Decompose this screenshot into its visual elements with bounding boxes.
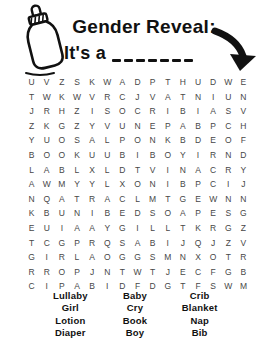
grid-cell: B bbox=[100, 206, 115, 221]
grid-cell: J bbox=[85, 265, 100, 280]
grid-cell: L bbox=[69, 250, 84, 265]
grid-cell: I bbox=[85, 206, 100, 221]
grid-cell: Y bbox=[236, 163, 251, 178]
grid-cell: V bbox=[236, 104, 251, 119]
grid-cell: A bbox=[130, 236, 145, 251]
grid-cell: L bbox=[100, 133, 115, 148]
grid-cell: P bbox=[115, 133, 130, 148]
grid-cell: A bbox=[54, 192, 69, 207]
grid-cell: R bbox=[145, 104, 160, 119]
grid-cell: N bbox=[221, 192, 236, 207]
grid-cell: T bbox=[160, 192, 175, 207]
grid-cell: C bbox=[115, 90, 130, 105]
grid-cell: P bbox=[69, 236, 84, 251]
baby-bottle-icon bbox=[10, 1, 72, 77]
grid-cell: L bbox=[160, 221, 175, 236]
grid-cell: O bbox=[100, 250, 115, 265]
grid-cell: B bbox=[145, 236, 160, 251]
grid-cell: J bbox=[24, 104, 39, 119]
grid-cell: R bbox=[100, 90, 115, 105]
grid-cell: Z bbox=[221, 236, 236, 251]
grid-cell: W bbox=[130, 265, 145, 280]
grid-cell: I bbox=[160, 163, 175, 178]
grid-cell: S bbox=[100, 104, 115, 119]
grid-cell: N bbox=[130, 119, 145, 134]
grid-cell: K bbox=[54, 90, 69, 105]
grid-cell: T bbox=[145, 265, 160, 280]
grid-cell: W bbox=[100, 75, 115, 90]
grid-cell: Q bbox=[100, 236, 115, 251]
grid-cell: S bbox=[145, 206, 160, 221]
grid-cell: J bbox=[130, 90, 145, 105]
grid-cell: D bbox=[115, 163, 130, 178]
grid-cell: E bbox=[145, 119, 160, 134]
grid-cell: B bbox=[54, 163, 69, 178]
grid-cell: Z bbox=[24, 119, 39, 134]
grid-cell: F bbox=[206, 265, 221, 280]
grid-cell: O bbox=[54, 265, 69, 280]
grid-cell: E bbox=[175, 265, 190, 280]
grid-cell: T bbox=[221, 250, 236, 265]
grid-cell: A bbox=[175, 206, 190, 221]
grid-cell: A bbox=[85, 133, 100, 148]
grid-cell: A bbox=[24, 177, 39, 192]
word-list-item: Nap bbox=[167, 315, 232, 327]
grid-cell: I bbox=[130, 221, 145, 236]
grid-cell: Z bbox=[69, 104, 84, 119]
grid-cell: C bbox=[130, 104, 145, 119]
grid-cell: T bbox=[115, 265, 130, 280]
grid-cell: U bbox=[221, 90, 236, 105]
grid-cell: A bbox=[206, 104, 221, 119]
grid-cell: X bbox=[85, 163, 100, 178]
grid-cell: O bbox=[160, 206, 175, 221]
blank-dash bbox=[136, 59, 145, 63]
grid-cell: O bbox=[130, 177, 145, 192]
grid-cell: T bbox=[69, 192, 84, 207]
grid-cell: G bbox=[115, 221, 130, 236]
grid-cell: O bbox=[130, 133, 145, 148]
grid-cell: L bbox=[130, 192, 145, 207]
grid-cell: C bbox=[39, 236, 54, 251]
grid-cell: T bbox=[175, 221, 190, 236]
grid-cell: R bbox=[206, 148, 221, 163]
grid-cell: W bbox=[69, 90, 84, 105]
grid-cell: A bbox=[39, 163, 54, 178]
grid-cell: B bbox=[175, 104, 190, 119]
grid-cell: B bbox=[145, 148, 160, 163]
grid-cell: Y bbox=[85, 177, 100, 192]
grid-cell: J bbox=[160, 265, 175, 280]
blank-dash bbox=[172, 59, 181, 63]
grid-cell: I bbox=[221, 177, 236, 192]
grid-cell: R bbox=[236, 250, 251, 265]
grid-cell: G bbox=[115, 250, 130, 265]
grid-cell: B bbox=[24, 148, 39, 163]
grid-cell: X bbox=[115, 177, 130, 192]
grid-cell: P bbox=[190, 177, 205, 192]
grid-cell: O bbox=[54, 133, 69, 148]
word-list: LullabyGirlLotionDiaper BabyCryBookBoy C… bbox=[38, 290, 232, 339]
grid-cell: A bbox=[115, 75, 130, 90]
grid-cell: N bbox=[236, 192, 251, 207]
blank-dash bbox=[124, 59, 133, 63]
grid-cell: B bbox=[115, 148, 130, 163]
grid-cell: S bbox=[115, 236, 130, 251]
word-list-item: Boy bbox=[103, 327, 168, 339]
grid-cell: K bbox=[69, 148, 84, 163]
grid-cell: S bbox=[69, 133, 84, 148]
grid-cell: A bbox=[100, 192, 115, 207]
grid-cell: Y bbox=[175, 148, 190, 163]
word-list-item: Girl bbox=[38, 302, 103, 314]
grid-cell: E bbox=[24, 221, 39, 236]
grid-cell: I bbox=[190, 148, 205, 163]
grid-cell: I bbox=[160, 177, 175, 192]
grid-cell: J bbox=[236, 177, 251, 192]
grid-cell: Q bbox=[190, 236, 205, 251]
grid-cell: R bbox=[221, 163, 236, 178]
grid-cell: L bbox=[100, 177, 115, 192]
grid-cell: G bbox=[54, 236, 69, 251]
grid-cell: I bbox=[190, 104, 205, 119]
grid-cell: B bbox=[175, 177, 190, 192]
grid-cell: O bbox=[221, 133, 236, 148]
subtitle-text: It's a bbox=[64, 43, 106, 64]
grid-cell: R bbox=[85, 236, 100, 251]
blank-dash bbox=[112, 59, 121, 63]
grid-cell: Z bbox=[236, 221, 251, 236]
word-list-item: Lullaby bbox=[38, 290, 103, 302]
grid-cell: A bbox=[85, 250, 100, 265]
grid-cell: B bbox=[39, 206, 54, 221]
word-list-column: LullabyGirlLotionDiaper bbox=[38, 290, 103, 339]
grid-cell: E bbox=[190, 192, 205, 207]
grid-cell: W bbox=[221, 75, 236, 90]
grid-cell: Q bbox=[39, 192, 54, 207]
grid-cell: I bbox=[130, 148, 145, 163]
grid-cell: O bbox=[54, 148, 69, 163]
grid-cell: Y bbox=[69, 177, 84, 192]
blank-dash bbox=[148, 59, 157, 63]
grid-cell: M bbox=[236, 279, 251, 294]
grid-cell: Y bbox=[24, 133, 39, 148]
word-list-item: Crib bbox=[167, 290, 232, 302]
grid-cell: T bbox=[160, 75, 175, 90]
grid-cell: P bbox=[160, 119, 175, 134]
grid-cell: M bbox=[160, 250, 175, 265]
grid-cell: K bbox=[85, 75, 100, 90]
grid-cell: E bbox=[115, 206, 130, 221]
grid-cell: G bbox=[130, 250, 145, 265]
grid-cell: T bbox=[130, 163, 145, 178]
grid-cell: A bbox=[160, 90, 175, 105]
grid-cell: G bbox=[24, 250, 39, 265]
word-list-column: CribBlanketNapBib bbox=[167, 290, 232, 339]
grid-cell: U bbox=[39, 133, 54, 148]
grid-cell: P bbox=[69, 265, 84, 280]
grid-cell: N bbox=[175, 163, 190, 178]
grid-cell: S bbox=[221, 104, 236, 119]
grid-cell: S bbox=[145, 250, 160, 265]
grid-cell: B bbox=[236, 265, 251, 280]
grid-cell: O bbox=[115, 104, 130, 119]
grid-cell: Y bbox=[85, 119, 100, 134]
grid-cell: N bbox=[69, 206, 84, 221]
grid-cell: L bbox=[24, 163, 39, 178]
grid-cell: I bbox=[39, 250, 54, 265]
grid-cell: N bbox=[221, 148, 236, 163]
grid-cell: A bbox=[69, 221, 84, 236]
grid-cell: L bbox=[69, 163, 84, 178]
grid-cell: C bbox=[24, 279, 39, 294]
grid-cell: R bbox=[206, 221, 221, 236]
grid-cell: R bbox=[39, 265, 54, 280]
grid-cell: N bbox=[100, 265, 115, 280]
grid-cell: F bbox=[236, 133, 251, 148]
grid-cell: I bbox=[160, 236, 175, 251]
grid-cell: K bbox=[160, 133, 175, 148]
grid-cell: K bbox=[39, 119, 54, 134]
word-list-column: BabyCryBookBoy bbox=[103, 290, 168, 339]
grid-cell: O bbox=[39, 148, 54, 163]
grid-cell: T bbox=[24, 90, 39, 105]
grid-cell: K bbox=[190, 221, 205, 236]
grid-cell: U bbox=[54, 206, 69, 221]
grid-cell: U bbox=[115, 119, 130, 134]
grid-cell: Z bbox=[54, 75, 69, 90]
grid-cell: Z bbox=[69, 119, 84, 134]
grid-cell: H bbox=[175, 75, 190, 90]
grid-cell: J bbox=[175, 236, 190, 251]
grid-cell: N bbox=[145, 177, 160, 192]
grid-cell: U bbox=[190, 75, 205, 90]
word-list-item: Diaper bbox=[38, 327, 103, 339]
grid-cell: J bbox=[206, 236, 221, 251]
grid-cell: U bbox=[24, 75, 39, 90]
grid-cell: Y bbox=[100, 221, 115, 236]
grid-cell: H bbox=[54, 104, 69, 119]
grid-cell: G bbox=[221, 265, 236, 280]
grid-cell: I bbox=[85, 104, 100, 119]
grid-cell: N bbox=[24, 192, 39, 207]
grid-cell: V bbox=[100, 119, 115, 134]
grid-cell: A bbox=[190, 163, 205, 178]
grid-cell: L bbox=[145, 221, 160, 236]
grid-cell: G bbox=[221, 221, 236, 236]
grid-cell: H bbox=[236, 119, 251, 134]
grid-cell: B bbox=[190, 119, 205, 134]
grid-cell: C bbox=[206, 163, 221, 178]
word-list-item: Bib bbox=[167, 327, 232, 339]
grid-cell: M bbox=[54, 177, 69, 192]
grid-cell: R bbox=[24, 265, 39, 280]
word-search-grid: UVZSKWADPTHUDWETWKWVRCJVATNIUNJRHZISOCRI… bbox=[24, 75, 251, 294]
grid-cell: D bbox=[130, 206, 145, 221]
grid-cell: G bbox=[175, 192, 190, 207]
grid-cell: U bbox=[100, 148, 115, 163]
grid-cell: I bbox=[206, 90, 221, 105]
grid-cell: U bbox=[39, 221, 54, 236]
grid-cell: I bbox=[54, 221, 69, 236]
grid-cell: K bbox=[24, 206, 39, 221]
grid-cell: E bbox=[206, 133, 221, 148]
grid-cell: R bbox=[39, 104, 54, 119]
grid-cell: N bbox=[190, 90, 205, 105]
grid-cell: L bbox=[100, 163, 115, 178]
grid-cell: E bbox=[206, 206, 221, 221]
grid-cell: S bbox=[69, 75, 84, 90]
curved-down-arrow-icon bbox=[211, 24, 263, 72]
grid-cell: N bbox=[175, 250, 190, 265]
subtitle-row: It's a bbox=[64, 42, 224, 64]
grid-cell: A bbox=[175, 119, 190, 134]
blank-dash bbox=[184, 59, 193, 63]
grid-cell: R bbox=[54, 250, 69, 265]
grid-cell: D bbox=[130, 75, 145, 90]
grid-cell: I bbox=[160, 104, 175, 119]
grid-cell: P bbox=[145, 75, 160, 90]
grid-cell: O bbox=[160, 148, 175, 163]
grid-cell: R bbox=[85, 192, 100, 207]
grid-cell: A bbox=[85, 221, 100, 236]
word-list-item: Baby bbox=[103, 290, 168, 302]
grid-cell: C bbox=[115, 192, 130, 207]
grid-cell: D bbox=[206, 75, 221, 90]
word-list-item: Blanket bbox=[167, 302, 232, 314]
page-title: Gender Reveal: bbox=[66, 16, 222, 38]
grid-cell: B bbox=[175, 133, 190, 148]
grid-cell: E bbox=[236, 75, 251, 90]
grid-cell: P bbox=[206, 119, 221, 134]
word-list-item: Lotion bbox=[38, 315, 103, 327]
grid-cell: S bbox=[221, 206, 236, 221]
answer-blank bbox=[112, 59, 193, 65]
grid-cell: X bbox=[190, 250, 205, 265]
worksheet-page: Gender Reveal: It's a UVZSKWADPTHUDWETWK… bbox=[0, 0, 270, 350]
grid-cell: C bbox=[190, 265, 205, 280]
grid-cell: T bbox=[175, 90, 190, 105]
word-list-item: Book bbox=[103, 315, 168, 327]
grid-cell: W bbox=[206, 192, 221, 207]
grid-cell: V bbox=[145, 90, 160, 105]
grid-cell: C bbox=[206, 177, 221, 192]
grid-cell: U bbox=[85, 148, 100, 163]
grid-cell: T bbox=[24, 236, 39, 251]
grid-cell: V bbox=[39, 75, 54, 90]
grid-cell: V bbox=[236, 236, 251, 251]
grid-cell: M bbox=[145, 192, 160, 207]
word-list-item: Cry bbox=[103, 302, 168, 314]
grid-cell: N bbox=[236, 90, 251, 105]
grid-cell: D bbox=[190, 133, 205, 148]
grid-cell: W bbox=[39, 177, 54, 192]
grid-cell: V bbox=[85, 90, 100, 105]
grid-cell: W bbox=[39, 90, 54, 105]
grid-cell: O bbox=[206, 250, 221, 265]
grid-cell: C bbox=[221, 119, 236, 134]
grid-cell: V bbox=[145, 163, 160, 178]
grid-cell: N bbox=[145, 133, 160, 148]
grid-cell: P bbox=[190, 206, 205, 221]
grid-cell: G bbox=[236, 206, 251, 221]
blank-dash bbox=[160, 59, 169, 63]
grid-cell: G bbox=[54, 119, 69, 134]
grid-cell: D bbox=[236, 148, 251, 163]
